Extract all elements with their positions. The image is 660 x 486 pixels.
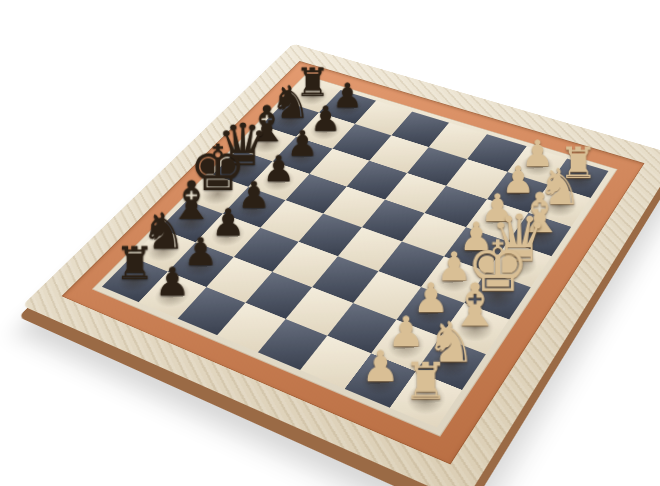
white-pawn-glyph: ♟ xyxy=(361,345,400,388)
chess-set: ♜♟♟♜♞♟♟♞♝♟♟♝♛♟♟♛♚♟♟♚♝♟♟♝♞♟♟♞♜♟♟♜ xyxy=(22,44,660,486)
photo-stage: ♜♟♟♜♞♟♟♞♝♟♟♝♛♟♟♛♚♟♟♚♝♟♟♝♞♟♟♞♜♟♟♜ xyxy=(0,0,660,486)
black-pawn-glyph: ♟ xyxy=(155,262,190,302)
